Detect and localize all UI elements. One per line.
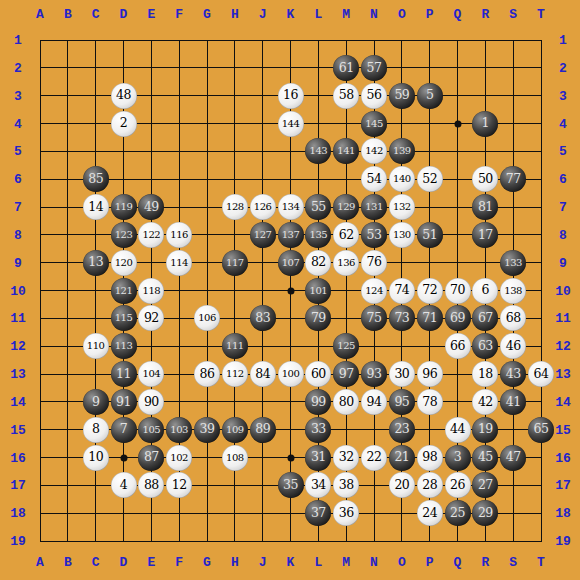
- stone-number: 64: [534, 368, 549, 381]
- stone-move-18-R13[interactable]: 18: [472, 361, 498, 387]
- coord-label-left-10: 10: [10, 283, 26, 298]
- stone-move-144-K4[interactable]: 144: [278, 111, 304, 137]
- stone-number: 77: [506, 173, 521, 186]
- stone-number: 97: [339, 368, 354, 381]
- stone-number: 112: [226, 369, 244, 379]
- stone-number: 16: [283, 89, 298, 102]
- stone-number: 103: [170, 425, 188, 435]
- stone-number: 76: [367, 256, 382, 269]
- stone-move-47-S16[interactable]: 47: [500, 445, 526, 471]
- stone-number: 33: [311, 423, 326, 436]
- stone-number: 58: [339, 89, 354, 102]
- stone-move-114-F9[interactable]: 114: [166, 250, 192, 276]
- stone-move-14-C7[interactable]: 14: [83, 194, 109, 220]
- coord-label-right-1: 1: [559, 33, 567, 48]
- stone-move-82-L9[interactable]: 82: [305, 250, 331, 276]
- stone-number: 88: [144, 479, 159, 492]
- stone-move-83-J11[interactable]: 83: [250, 305, 276, 331]
- stone-move-16-K3[interactable]: 16: [278, 83, 304, 109]
- coord-label-top-P: P: [426, 7, 434, 22]
- stone-number: 22: [367, 451, 382, 464]
- stone-number: 126: [254, 202, 272, 212]
- stone-number: 6: [482, 284, 489, 297]
- stone-number: 63: [478, 340, 493, 353]
- stone-number: 14: [88, 201, 103, 214]
- stone-number: 113: [115, 341, 133, 351]
- coord-label-left-16: 16: [10, 450, 26, 465]
- stone-move-77-S6[interactable]: 77: [500, 166, 526, 192]
- coord-label-left-19: 19: [10, 534, 26, 549]
- stone-move-30-O13[interactable]: 30: [389, 361, 415, 387]
- stone-number: 80: [339, 396, 354, 409]
- stone-move-75-N11[interactable]: 75: [361, 305, 387, 331]
- stone-move-90-E14[interactable]: 90: [138, 389, 164, 415]
- stone-number: 124: [365, 286, 383, 296]
- stone-number: 133: [504, 258, 522, 268]
- coord-label-top-D: D: [120, 7, 128, 22]
- stone-number: 121: [115, 286, 133, 296]
- stone-move-142-N5[interactable]: 142: [361, 138, 387, 164]
- stone-move-54-N6[interactable]: 54: [361, 166, 387, 192]
- coord-label-left-5: 5: [14, 144, 22, 159]
- stone-move-132-O7[interactable]: 132: [389, 194, 415, 220]
- stone-move-98-P16[interactable]: 98: [417, 445, 443, 471]
- grid-line-vertical: [541, 40, 542, 542]
- stone-move-50-R6[interactable]: 50: [472, 166, 498, 192]
- stone-number: 39: [200, 423, 215, 436]
- stone-number: 93: [367, 368, 382, 381]
- stone-move-60-L13[interactable]: 60: [305, 361, 331, 387]
- coord-label-right-14: 14: [555, 394, 571, 409]
- stone-move-100-K13[interactable]: 100: [278, 361, 304, 387]
- stone-move-70-Q10[interactable]: 70: [445, 278, 471, 304]
- stone-number: 49: [144, 201, 159, 214]
- stone-move-102-F16[interactable]: 102: [166, 445, 192, 471]
- coord-label-right-16: 16: [555, 450, 571, 465]
- stone-move-143-L5[interactable]: 143: [305, 138, 331, 164]
- coord-label-bottom-L: L: [314, 555, 322, 570]
- stone-number: 38: [339, 479, 354, 492]
- coord-label-bottom-A: A: [36, 555, 44, 570]
- stone-number: 30: [394, 368, 409, 381]
- stone-move-34-L17[interactable]: 34: [305, 472, 331, 498]
- stone-move-104-E13[interactable]: 104: [138, 361, 164, 387]
- stone-number: 47: [506, 451, 521, 464]
- stone-move-112-H13[interactable]: 112: [222, 361, 248, 387]
- coord-label-top-R: R: [481, 7, 489, 22]
- stone-number: 134: [282, 202, 300, 212]
- stone-move-17-R8[interactable]: 17: [472, 222, 498, 248]
- stone-number: 99: [311, 396, 326, 409]
- stone-move-86-G13[interactable]: 86: [194, 361, 220, 387]
- stone-move-95-O14[interactable]: 95: [389, 389, 415, 415]
- stone-number: 36: [339, 507, 354, 520]
- stone-move-81-R7[interactable]: 81: [472, 194, 498, 220]
- stone-move-125-M12[interactable]: 125: [333, 333, 359, 359]
- stone-move-84-J13[interactable]: 84: [250, 361, 276, 387]
- stone-move-32-M16[interactable]: 32: [333, 445, 359, 471]
- stone-number: 25: [450, 507, 465, 520]
- stone-number: 79: [311, 312, 326, 325]
- stone-number: 117: [226, 258, 244, 268]
- stone-number: 26: [450, 479, 465, 492]
- stone-move-4-D17[interactable]: 4: [111, 472, 137, 498]
- stone-number: 108: [226, 453, 244, 463]
- star-point-Q4: [454, 120, 461, 127]
- stone-number: 21: [394, 451, 409, 464]
- stone-move-53-N8[interactable]: 53: [361, 222, 387, 248]
- stone-number: 100: [282, 369, 300, 379]
- stone-move-124-N10[interactable]: 124: [361, 278, 387, 304]
- coord-label-bottom-R: R: [481, 555, 489, 570]
- coord-label-right-13: 13: [555, 367, 571, 382]
- stone-number: 51: [422, 229, 437, 242]
- coord-label-left-4: 4: [14, 116, 22, 131]
- stone-number: 4: [120, 479, 127, 492]
- coord-label-right-6: 6: [559, 172, 567, 187]
- stone-number: 9: [92, 396, 99, 409]
- stone-number: 144: [282, 119, 300, 129]
- stone-number: 128: [226, 202, 244, 212]
- stone-number: 13: [88, 256, 103, 269]
- stone-number: 43: [506, 368, 521, 381]
- stone-number: 37: [311, 507, 326, 520]
- stone-move-72-P10[interactable]: 72: [417, 278, 443, 304]
- stone-move-12-F17[interactable]: 12: [166, 472, 192, 498]
- coord-label-left-2: 2: [14, 60, 22, 75]
- stone-number: 132: [393, 202, 411, 212]
- coord-label-right-2: 2: [559, 60, 567, 75]
- stone-move-136-M9[interactable]: 136: [333, 250, 359, 276]
- stone-number: 78: [422, 396, 437, 409]
- stone-move-120-D9[interactable]: 120: [111, 250, 137, 276]
- stone-move-69-Q11[interactable]: 69: [445, 305, 471, 331]
- stone-move-19-R15[interactable]: 19: [472, 417, 498, 443]
- stone-number: 11: [116, 368, 131, 381]
- stone-number: 101: [310, 286, 328, 296]
- stone-move-138-S10[interactable]: 138: [500, 278, 526, 304]
- stone-number: 19: [478, 423, 493, 436]
- stone-move-7-D15[interactable]: 7: [111, 417, 137, 443]
- stone-number: 73: [394, 312, 409, 325]
- stone-move-122-E8[interactable]: 122: [138, 222, 164, 248]
- stone-move-65-T15[interactable]: 65: [528, 417, 554, 443]
- coord-label-top-S: S: [509, 7, 517, 22]
- stone-move-88-E17[interactable]: 88: [138, 472, 164, 498]
- stone-move-123-D8[interactable]: 123: [111, 222, 137, 248]
- stone-move-9-C14[interactable]: 9: [83, 389, 109, 415]
- stone-number: 125: [337, 341, 355, 351]
- coord-label-bottom-H: H: [231, 555, 239, 570]
- stone-number: 44: [450, 423, 465, 436]
- stone-number: 28: [422, 479, 437, 492]
- stone-move-1-R4[interactable]: 1: [472, 111, 498, 137]
- stone-move-56-N3[interactable]: 56: [361, 83, 387, 109]
- stone-move-79-L11[interactable]: 79: [305, 305, 331, 331]
- coord-label-right-4: 4: [559, 116, 567, 131]
- stone-move-137-K8[interactable]: 137: [278, 222, 304, 248]
- stone-move-109-H15[interactable]: 109: [222, 417, 248, 443]
- stone-move-24-P18[interactable]: 24: [417, 500, 443, 526]
- coord-label-left-15: 15: [10, 422, 26, 437]
- stone-move-45-R16[interactable]: 45: [472, 445, 498, 471]
- stone-move-113-D12[interactable]: 113: [111, 333, 137, 359]
- stone-number: 53: [367, 229, 382, 242]
- stone-number: 94: [367, 396, 382, 409]
- stone-move-3-Q16[interactable]: 3: [445, 445, 471, 471]
- stone-number: 131: [365, 202, 383, 212]
- stone-move-42-R14[interactable]: 42: [472, 389, 498, 415]
- stone-number: 82: [311, 256, 326, 269]
- stone-move-33-L15[interactable]: 33: [305, 417, 331, 443]
- stone-number: 5: [426, 89, 433, 102]
- stone-move-107-K9[interactable]: 107: [278, 250, 304, 276]
- stone-move-41-S14[interactable]: 41: [500, 389, 526, 415]
- stone-move-28-P17[interactable]: 28: [417, 472, 443, 498]
- stone-number: 98: [422, 451, 437, 464]
- stone-move-76-N9[interactable]: 76: [361, 250, 387, 276]
- stone-move-46-S12[interactable]: 46: [500, 333, 526, 359]
- stone-move-108-H16[interactable]: 108: [222, 445, 248, 471]
- stone-move-25-Q18[interactable]: 25: [445, 500, 471, 526]
- stone-number: 60: [311, 368, 326, 381]
- stone-number: 141: [337, 146, 355, 156]
- stone-move-10-C16[interactable]: 10: [83, 445, 109, 471]
- stone-move-117-H9[interactable]: 117: [222, 250, 248, 276]
- coord-label-bottom-S: S: [509, 555, 517, 570]
- stone-number: 69: [450, 312, 465, 325]
- coord-label-left-1: 1: [14, 33, 22, 48]
- stone-move-13-C9[interactable]: 13: [83, 250, 109, 276]
- stone-number: 115: [115, 313, 133, 323]
- stone-number: 7: [120, 423, 127, 436]
- grid-line-horizontal: [40, 541, 542, 542]
- stone-move-128-H7[interactable]: 128: [222, 194, 248, 220]
- stone-move-26-Q17[interactable]: 26: [445, 472, 471, 498]
- stone-move-36-M18[interactable]: 36: [333, 500, 359, 526]
- coord-label-top-E: E: [147, 7, 155, 22]
- stone-move-63-R12[interactable]: 63: [472, 333, 498, 359]
- coord-label-left-14: 14: [10, 394, 26, 409]
- stone-move-111-H12[interactable]: 111: [222, 333, 248, 359]
- stone-number: 130: [393, 230, 411, 240]
- stone-move-21-O16[interactable]: 21: [389, 445, 415, 471]
- stone-move-99-L14[interactable]: 99: [305, 389, 331, 415]
- stone-move-39-G15[interactable]: 39: [194, 417, 220, 443]
- star-point-D16: [120, 454, 127, 461]
- coord-label-bottom-E: E: [147, 555, 155, 570]
- stone-number: 23: [394, 423, 409, 436]
- stone-number: 17: [478, 229, 493, 242]
- stone-move-64-T13[interactable]: 64: [528, 361, 554, 387]
- coord-label-right-17: 17: [555, 478, 571, 493]
- stone-number: 135: [310, 230, 328, 240]
- stone-move-126-J7[interactable]: 126: [250, 194, 276, 220]
- stone-number: 42: [478, 396, 493, 409]
- stone-move-57-N2[interactable]: 57: [361, 55, 387, 81]
- stone-move-116-F8[interactable]: 116: [166, 222, 192, 248]
- coord-label-bottom-Q: Q: [454, 555, 462, 570]
- stone-move-31-L16[interactable]: 31: [305, 445, 331, 471]
- stone-number: 90: [144, 396, 159, 409]
- stone-number: 83: [255, 312, 270, 325]
- stone-move-106-G11[interactable]: 106: [194, 305, 220, 331]
- stone-move-59-O3[interactable]: 59: [389, 83, 415, 109]
- stone-move-38-M17[interactable]: 38: [333, 472, 359, 498]
- stone-move-85-C6[interactable]: 85: [83, 166, 109, 192]
- coord-label-right-7: 7: [559, 200, 567, 215]
- stone-move-145-N4[interactable]: 145: [361, 111, 387, 137]
- coord-label-bottom-B: B: [64, 555, 72, 570]
- coord-label-left-7: 7: [14, 200, 22, 215]
- stone-number: 119: [115, 202, 133, 212]
- coord-label-left-9: 9: [14, 255, 22, 270]
- stone-move-8-C15[interactable]: 8: [83, 417, 109, 443]
- stone-move-27-R17[interactable]: 27: [472, 472, 498, 498]
- stone-move-105-E15[interactable]: 105: [138, 417, 164, 443]
- stone-move-5-P3[interactable]: 5: [417, 83, 443, 109]
- stone-move-129-M7[interactable]: 129: [333, 194, 359, 220]
- stone-number: 87: [144, 451, 159, 464]
- stone-move-67-R11[interactable]: 67: [472, 305, 498, 331]
- stone-move-93-N13[interactable]: 93: [361, 361, 387, 387]
- stone-move-74-O10[interactable]: 74: [389, 278, 415, 304]
- stone-move-118-E10[interactable]: 118: [138, 278, 164, 304]
- stone-move-44-Q15[interactable]: 44: [445, 417, 471, 443]
- stone-move-51-P8[interactable]: 51: [417, 222, 443, 248]
- stone-move-130-O8[interactable]: 130: [389, 222, 415, 248]
- go-board[interactable]: AABBCCDDEEFFGGHHJJKKLLMMNNOOPPQQRRSSTT11…: [0, 0, 580, 580]
- stone-number: 65: [534, 423, 549, 436]
- stone-number: 142: [365, 146, 383, 156]
- stone-number: 35: [283, 479, 298, 492]
- stone-move-6-R10[interactable]: 6: [472, 278, 498, 304]
- coord-label-right-12: 12: [555, 339, 571, 354]
- stone-move-141-M5[interactable]: 141: [333, 138, 359, 164]
- stone-number: 56: [367, 89, 382, 102]
- stone-number: 34: [311, 479, 326, 492]
- stone-move-134-K7[interactable]: 134: [278, 194, 304, 220]
- coord-label-bottom-J: J: [259, 555, 267, 570]
- stone-move-110-C12[interactable]: 110: [83, 333, 109, 359]
- stone-move-58-M3[interactable]: 58: [333, 83, 359, 109]
- stone-move-29-R18[interactable]: 29: [472, 500, 498, 526]
- stone-number: 140: [393, 174, 411, 184]
- stone-move-37-L18[interactable]: 37: [305, 500, 331, 526]
- stone-move-94-N14[interactable]: 94: [361, 389, 387, 415]
- stone-move-35-K17[interactable]: 35: [278, 472, 304, 498]
- stone-number: 67: [478, 312, 493, 325]
- stone-move-92-E11[interactable]: 92: [138, 305, 164, 331]
- stone-move-49-E7[interactable]: 49: [138, 194, 164, 220]
- stone-number: 107: [282, 258, 300, 268]
- stone-number: 139: [393, 146, 411, 156]
- coord-label-left-11: 11: [10, 311, 26, 326]
- stone-number: 110: [87, 341, 105, 351]
- stone-number: 59: [394, 89, 409, 102]
- stone-move-61-M2[interactable]: 61: [333, 55, 359, 81]
- stone-number: 46: [506, 340, 521, 353]
- stone-move-48-D3[interactable]: 48: [111, 83, 137, 109]
- stone-move-121-D10[interactable]: 121: [111, 278, 137, 304]
- coord-label-bottom-F: F: [175, 555, 183, 570]
- stone-number: 52: [422, 173, 437, 186]
- stone-move-135-L8[interactable]: 135: [305, 222, 331, 248]
- stone-move-71-P11[interactable]: 71: [417, 305, 443, 331]
- stone-move-73-O11[interactable]: 73: [389, 305, 415, 331]
- stone-move-80-M14[interactable]: 80: [333, 389, 359, 415]
- stone-number: 57: [367, 62, 382, 75]
- stone-number: 145: [365, 119, 383, 129]
- stone-move-96-P13[interactable]: 96: [417, 361, 443, 387]
- stone-move-131-N7[interactable]: 131: [361, 194, 387, 220]
- stone-move-22-N16[interactable]: 22: [361, 445, 387, 471]
- stone-move-140-O6[interactable]: 140: [389, 166, 415, 192]
- stone-move-103-F15[interactable]: 103: [166, 417, 192, 443]
- coord-label-top-F: F: [175, 7, 183, 22]
- stone-move-62-M8[interactable]: 62: [333, 222, 359, 248]
- coord-label-bottom-T: T: [537, 555, 545, 570]
- stone-number: 92: [144, 312, 159, 325]
- stone-move-11-D13[interactable]: 11: [111, 361, 137, 387]
- stone-move-78-P14[interactable]: 78: [417, 389, 443, 415]
- stone-number: 111: [226, 341, 244, 351]
- stone-move-66-Q12[interactable]: 66: [445, 333, 471, 359]
- stone-move-139-O5[interactable]: 139: [389, 138, 415, 164]
- stone-number: 109: [226, 425, 244, 435]
- coord-label-right-9: 9: [559, 255, 567, 270]
- stone-number: 137: [282, 230, 300, 240]
- coord-label-bottom-C: C: [92, 555, 100, 570]
- stone-move-119-D7[interactable]: 119: [111, 194, 137, 220]
- stone-move-89-J15[interactable]: 89: [250, 417, 276, 443]
- stone-number: 136: [337, 258, 355, 268]
- stone-number: 1: [482, 117, 489, 130]
- stone-move-97-M13[interactable]: 97: [333, 361, 359, 387]
- coord-label-top-M: M: [342, 7, 350, 22]
- stone-number: 74: [394, 284, 409, 297]
- stone-move-23-O15[interactable]: 23: [389, 417, 415, 443]
- coord-label-bottom-P: P: [426, 555, 434, 570]
- stone-move-127-J8[interactable]: 127: [250, 222, 276, 248]
- stone-number: 81: [478, 201, 493, 214]
- stone-move-68-S11[interactable]: 68: [500, 305, 526, 331]
- stone-move-115-D11[interactable]: 115: [111, 305, 137, 331]
- coord-label-top-C: C: [92, 7, 100, 22]
- stone-move-52-P6[interactable]: 52: [417, 166, 443, 192]
- coord-label-bottom-O: O: [398, 555, 406, 570]
- stone-move-20-O17[interactable]: 20: [389, 472, 415, 498]
- stone-move-43-S13[interactable]: 43: [500, 361, 526, 387]
- coord-label-right-10: 10: [555, 283, 571, 298]
- stone-number: 138: [504, 286, 522, 296]
- stone-move-133-S9[interactable]: 133: [500, 250, 526, 276]
- stone-move-2-D4[interactable]: 2: [111, 111, 137, 137]
- stone-move-55-L7[interactable]: 55: [305, 194, 331, 220]
- stone-move-87-E16[interactable]: 87: [138, 445, 164, 471]
- stone-number: 70: [450, 284, 465, 297]
- stone-number: 106: [198, 313, 216, 323]
- stone-number: 31: [311, 451, 326, 464]
- stone-number: 68: [506, 312, 521, 325]
- stone-number: 20: [394, 479, 409, 492]
- coord-label-top-L: L: [314, 7, 322, 22]
- stone-move-101-L10[interactable]: 101: [305, 278, 331, 304]
- coord-label-top-G: G: [203, 7, 211, 22]
- stone-move-91-D14[interactable]: 91: [111, 389, 137, 415]
- stone-number: 123: [115, 230, 133, 240]
- coord-label-left-18: 18: [10, 506, 26, 521]
